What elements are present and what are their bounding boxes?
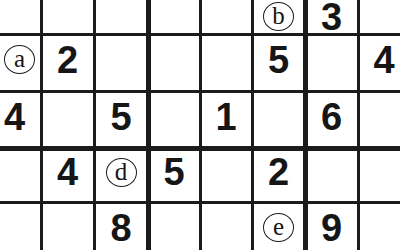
cell-r2c4 bbox=[148, 34, 200, 91]
cell-r4c7 bbox=[305, 148, 358, 202]
given-digit-1: 1 bbox=[215, 98, 236, 136]
given-digit-5: 5 bbox=[268, 41, 289, 79]
letter-label-b: b bbox=[272, 3, 285, 28]
cell-r2c5 bbox=[200, 34, 252, 91]
circled-letter-b: b bbox=[263, 2, 294, 31]
cell-r3c3: 5 bbox=[94, 91, 148, 148]
given-digit-5: 5 bbox=[110, 98, 131, 136]
sudoku-board: b3a25445164d528e9 bbox=[0, 0, 400, 250]
cell-r1c6: b bbox=[252, 0, 305, 34]
board-grid: b3a25445164d528e9 bbox=[0, 0, 400, 250]
given-digit-3: 3 bbox=[321, 0, 342, 36]
cell-r5c2 bbox=[41, 202, 94, 250]
cell-r1c5 bbox=[200, 0, 252, 34]
given-digit-2: 2 bbox=[268, 153, 289, 191]
cell-r5c4 bbox=[148, 202, 200, 250]
cell-r4c6: 2 bbox=[252, 148, 305, 202]
cell-r1c7: 3 bbox=[305, 0, 358, 34]
cell-r5c5 bbox=[200, 202, 252, 250]
given-digit-6: 6 bbox=[321, 98, 342, 136]
cell-r4c3: d bbox=[94, 148, 148, 202]
given-digit-4: 4 bbox=[4, 98, 25, 136]
letter-label-d: d bbox=[115, 159, 128, 184]
cell-r2c6: 5 bbox=[252, 34, 305, 91]
cell-r1c8 bbox=[358, 0, 400, 34]
cell-r5c1 bbox=[0, 202, 41, 250]
circled-letter-a: a bbox=[4, 45, 35, 74]
cell-r3c1: 4 bbox=[0, 91, 41, 148]
cell-r4c2: 4 bbox=[41, 148, 94, 202]
cell-r5c3: 8 bbox=[94, 202, 148, 250]
cell-r3c6 bbox=[252, 91, 305, 148]
cell-r5c7: 9 bbox=[305, 202, 358, 250]
letter-label-a: a bbox=[14, 46, 25, 71]
cell-r5c6: e bbox=[252, 202, 305, 250]
given-digit-4: 4 bbox=[373, 41, 394, 79]
circled-letter-d: d bbox=[106, 158, 137, 187]
cell-r3c2 bbox=[41, 91, 94, 148]
cell-r2c8: 4 bbox=[358, 34, 400, 91]
cell-r2c1: a bbox=[0, 34, 41, 91]
cell-r3c5: 1 bbox=[200, 91, 252, 148]
cell-r2c7 bbox=[305, 34, 358, 91]
given-digit-5: 5 bbox=[163, 153, 184, 191]
cell-r4c5 bbox=[200, 148, 252, 202]
cell-r2c2: 2 bbox=[41, 34, 94, 91]
cell-r5c8 bbox=[358, 202, 400, 250]
cell-r1c4 bbox=[148, 0, 200, 34]
cell-r4c4: 5 bbox=[148, 148, 200, 202]
cell-r1c1 bbox=[0, 0, 41, 34]
cell-r1c2 bbox=[41, 0, 94, 34]
cell-r4c1 bbox=[0, 148, 41, 202]
letter-label-e: e bbox=[273, 214, 284, 239]
given-digit-9: 9 bbox=[321, 209, 342, 247]
cell-r1c3 bbox=[94, 0, 148, 34]
cell-r3c7: 6 bbox=[305, 91, 358, 148]
cell-r2c3 bbox=[94, 34, 148, 91]
circled-letter-e: e bbox=[263, 213, 294, 242]
cell-r4c8 bbox=[358, 148, 400, 202]
cell-r3c4 bbox=[148, 91, 200, 148]
given-digit-2: 2 bbox=[57, 41, 78, 79]
cell-r3c8 bbox=[358, 91, 400, 148]
given-digit-4: 4 bbox=[57, 153, 78, 191]
given-digit-8: 8 bbox=[110, 209, 131, 247]
